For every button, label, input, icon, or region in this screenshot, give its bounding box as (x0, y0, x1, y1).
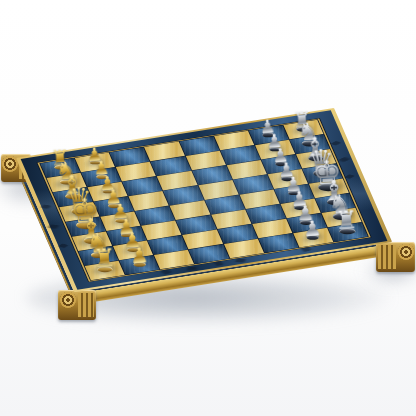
rook-glyph: ♜ (335, 207, 359, 233)
scroll-volute-icon (60, 292, 76, 308)
foot-ridges (78, 293, 94, 317)
piece-reflection (235, 259, 246, 263)
piece-reflection (187, 267, 197, 271)
board-foot-near-left (58, 290, 96, 320)
board-foot-near-right (376, 242, 415, 272)
chess-set-photo: ♜♟♟♜♞♟♟♞♝♟♟♝♛♟♟♛♚♟♟♚♝♟♟♝♞♟♟♞♜♟♟♜ (0, 0, 416, 416)
pawn-glyph: ♟ (302, 217, 322, 239)
rook-glyph: ♜ (92, 245, 116, 271)
foot-ridges (378, 245, 396, 269)
pawn-glyph: ♟ (129, 244, 149, 266)
scroll-volute-icon (398, 244, 414, 260)
